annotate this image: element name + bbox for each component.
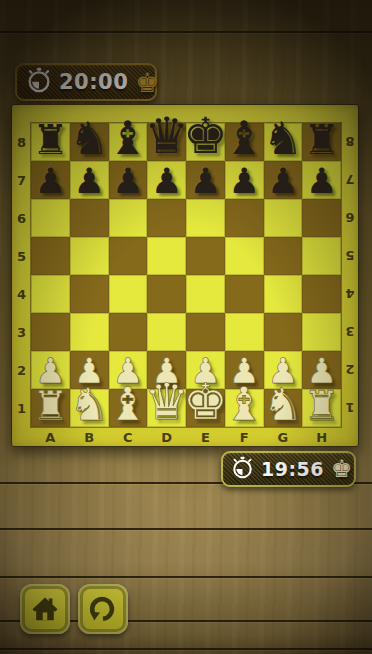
rank-label-5: 5: [341, 237, 359, 275]
square-c1[interactable]: ♝: [109, 389, 148, 427]
piece-black-bishop[interactable]: ♝: [224, 115, 265, 161]
square-c5[interactable]: [109, 237, 148, 275]
rank-label-8: 8: [341, 123, 359, 161]
square-f1[interactable]: ♝: [225, 389, 264, 427]
rank-label-1: 1: [341, 389, 359, 427]
restart-button[interactable]: [78, 584, 128, 634]
square-h5[interactable]: [302, 237, 341, 275]
piece-black-pawn[interactable]: ♟: [112, 164, 143, 199]
white-timer-panel: 19:56 ♚: [221, 451, 356, 487]
rank-label-1: 1: [12, 389, 31, 427]
rank-label-7: 7: [12, 161, 31, 199]
square-g7[interactable]: ♟: [264, 161, 303, 199]
square-d6[interactable]: [147, 199, 186, 237]
wood-seam: [0, 648, 372, 650]
square-e6[interactable]: [186, 199, 225, 237]
square-a7[interactable]: ♟: [31, 161, 70, 199]
black-time: 20:00: [59, 70, 128, 94]
piece-black-pawn[interactable]: ♟: [228, 164, 259, 199]
piece-black-pawn[interactable]: ♟: [267, 164, 298, 199]
square-g8[interactable]: ♞: [264, 123, 303, 161]
black-timer-panel: 20:00 ♚: [15, 63, 157, 101]
square-h8[interactable]: ♜: [302, 123, 341, 161]
chess-board: 87654321 87654321 ABCDEFGH ♜♞♝♛♚♝♞♜♟♟♟♟♟…: [11, 104, 359, 447]
square-f7[interactable]: ♟: [225, 161, 264, 199]
square-d7[interactable]: ♟: [147, 161, 186, 199]
piece-black-pawn[interactable]: ♟: [73, 164, 104, 199]
rank-label-8: 8: [12, 123, 31, 161]
rank-label-7: 7: [341, 161, 359, 199]
square-f6[interactable]: [225, 199, 264, 237]
board-grid: ♜♞♝♛♚♝♞♜♟♟♟♟♟♟♟♟♟♟♟♟♟♟♟♟♜♞♝♛♚♝♞♜: [31, 123, 341, 427]
rank-label-6: 6: [12, 199, 31, 237]
square-a1[interactable]: ♜: [31, 389, 70, 427]
rank-labels-right: 87654321: [341, 123, 359, 427]
square-a8[interactable]: ♜: [31, 123, 70, 161]
square-d3[interactable]: [147, 313, 186, 351]
piece-black-king[interactable]: ♚: [183, 111, 228, 161]
piece-black-pawn[interactable]: ♟: [190, 164, 221, 199]
square-c6[interactable]: [109, 199, 148, 237]
square-g3[interactable]: [264, 313, 303, 351]
square-b7[interactable]: ♟: [70, 161, 109, 199]
piece-black-pawn[interactable]: ♟: [151, 164, 182, 199]
square-a3[interactable]: [31, 313, 70, 351]
wood-seam: [0, 31, 372, 33]
stopwatch-icon: [26, 67, 52, 97]
square-f8[interactable]: ♝: [225, 123, 264, 161]
square-h1[interactable]: ♜: [302, 389, 341, 427]
square-c4[interactable]: [109, 275, 148, 313]
square-f4[interactable]: [225, 275, 264, 313]
home-button[interactable]: [20, 584, 70, 634]
square-b8[interactable]: ♞: [70, 123, 109, 161]
square-b3[interactable]: [70, 313, 109, 351]
square-g5[interactable]: [264, 237, 303, 275]
piece-white-rook[interactable]: ♜: [303, 386, 340, 427]
square-b5[interactable]: [70, 237, 109, 275]
piece-black-rook[interactable]: ♜: [32, 120, 69, 161]
square-c8[interactable]: ♝: [109, 123, 148, 161]
wood-seam: [0, 528, 372, 530]
square-c3[interactable]: [109, 313, 148, 351]
white-king-icon: ♚: [331, 457, 353, 481]
square-b6[interactable]: [70, 199, 109, 237]
square-f3[interactable]: [225, 313, 264, 351]
wood-seam: [0, 576, 372, 578]
square-e4[interactable]: [186, 275, 225, 313]
square-d4[interactable]: [147, 275, 186, 313]
rank-label-2: 2: [12, 351, 31, 389]
piece-white-knight[interactable]: ♞: [69, 382, 109, 427]
white-time: 19:56: [261, 458, 324, 480]
square-h4[interactable]: [302, 275, 341, 313]
piece-black-knight[interactable]: ♞: [263, 116, 303, 161]
piece-white-bishop[interactable]: ♝: [224, 381, 265, 427]
rank-label-3: 3: [12, 313, 31, 351]
piece-black-knight[interactable]: ♞: [69, 116, 109, 161]
rank-label-4: 4: [341, 275, 359, 313]
square-h3[interactable]: [302, 313, 341, 351]
square-b4[interactable]: [70, 275, 109, 313]
rank-label-3: 3: [341, 313, 359, 351]
piece-black-bishop[interactable]: ♝: [107, 115, 148, 161]
square-d5[interactable]: [147, 237, 186, 275]
piece-black-pawn[interactable]: ♟: [35, 164, 66, 199]
stopwatch-icon: [231, 456, 254, 483]
square-a5[interactable]: [31, 237, 70, 275]
piece-black-rook[interactable]: ♜: [303, 120, 340, 161]
piece-white-king[interactable]: ♚: [183, 377, 228, 427]
piece-black-pawn[interactable]: ♟: [306, 164, 337, 199]
square-a4[interactable]: [31, 275, 70, 313]
square-d1[interactable]: ♛: [147, 389, 186, 427]
square-e3[interactable]: [186, 313, 225, 351]
rank-label-5: 5: [12, 237, 31, 275]
square-f5[interactable]: [225, 237, 264, 275]
square-b1[interactable]: ♞: [70, 389, 109, 427]
rank-label-4: 4: [12, 275, 31, 313]
file-label-a: A: [31, 427, 70, 447]
square-g6[interactable]: [264, 199, 303, 237]
piece-white-rook[interactable]: ♜: [32, 386, 69, 427]
rank-labels-left: 87654321: [12, 123, 31, 427]
home-icon: [29, 593, 61, 625]
square-e7[interactable]: ♟: [186, 161, 225, 199]
piece-white-bishop[interactable]: ♝: [107, 381, 148, 427]
square-e5[interactable]: [186, 237, 225, 275]
square-a6[interactable]: [31, 199, 70, 237]
square-h6[interactable]: [302, 199, 341, 237]
rank-label-6: 6: [341, 199, 359, 237]
square-e1[interactable]: ♚: [186, 389, 225, 427]
chess-app-screen: { "game": "chess", "position": { "fen": …: [0, 0, 372, 654]
black-king-icon: ♚: [135, 69, 159, 96]
square-g1[interactable]: ♞: [264, 389, 303, 427]
file-label-h: H: [302, 427, 341, 447]
square-c7[interactable]: ♟: [109, 161, 148, 199]
restart-icon: [87, 593, 119, 625]
square-d8[interactable]: ♛: [147, 123, 186, 161]
square-g4[interactable]: [264, 275, 303, 313]
square-h7[interactable]: ♟: [302, 161, 341, 199]
rank-label-2: 2: [341, 351, 359, 389]
piece-white-knight[interactable]: ♞: [263, 382, 303, 427]
square-e8[interactable]: ♚: [186, 123, 225, 161]
